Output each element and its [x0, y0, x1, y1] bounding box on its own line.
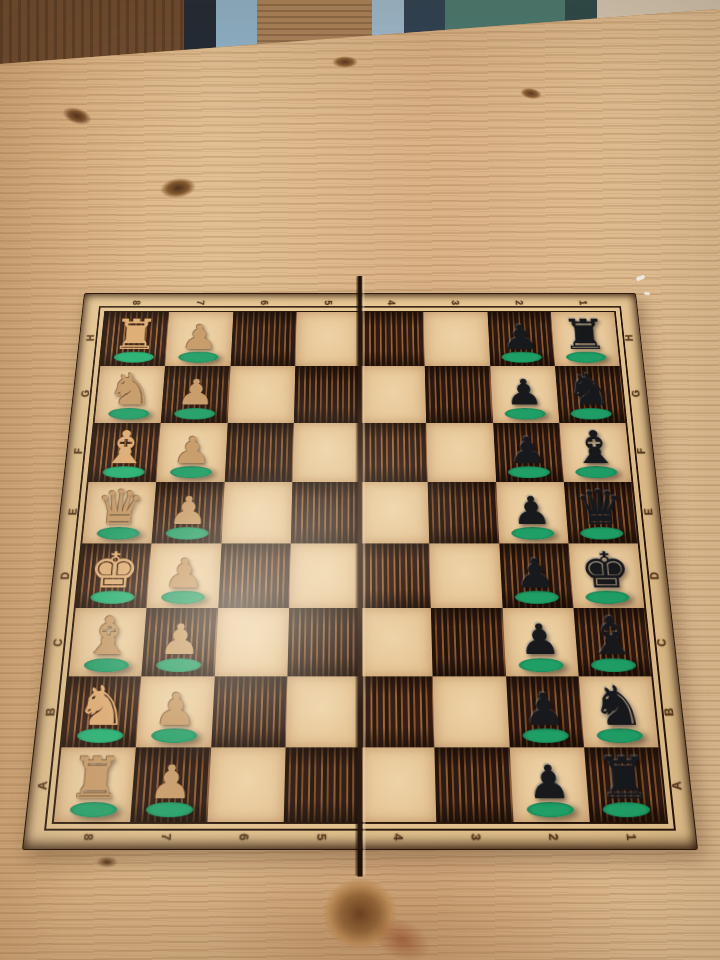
- square-e2: ♟: [496, 482, 569, 544]
- coord-label-7: 7: [168, 294, 233, 311]
- square-g2: ♟: [490, 366, 559, 422]
- square-b3: [433, 676, 509, 747]
- square-h4: [360, 312, 425, 366]
- coord-label-2: 2: [487, 294, 552, 311]
- black-pawn: ♟: [526, 759, 573, 806]
- white-knight: ♞: [105, 368, 156, 411]
- white-pawn: ♟: [167, 492, 209, 530]
- square-h8: ♜: [100, 312, 169, 366]
- coord-label-3: 3: [423, 294, 487, 311]
- square-c2: ♟: [502, 608, 578, 676]
- coord-label-3: 3: [437, 824, 515, 849]
- square-h5: [295, 312, 360, 366]
- square-a3: [435, 747, 513, 822]
- square-e1: ♛: [564, 482, 638, 544]
- square-e4: [360, 482, 429, 544]
- square-b5: [285, 676, 360, 747]
- square-f3: [426, 423, 495, 482]
- square-a8: ♜: [54, 747, 136, 822]
- square-g8: ♞: [95, 366, 166, 422]
- white-queen: ♛: [93, 484, 147, 532]
- white-knight: ♞: [73, 679, 131, 734]
- square-d4: [360, 543, 431, 608]
- square-c4: [360, 608, 433, 676]
- coord-label-8: 8: [49, 824, 129, 849]
- wood-knot: [519, 86, 543, 101]
- black-pawn: ♟: [514, 554, 557, 594]
- square-e8: ♛: [82, 482, 156, 544]
- coord-label-2: 2: [514, 824, 593, 849]
- square-b8: ♞: [61, 676, 141, 747]
- square-c3: [431, 608, 506, 676]
- coord-label-4: 4: [360, 294, 424, 311]
- square-h3: [424, 312, 490, 366]
- square-c7: ♟: [142, 608, 218, 676]
- square-f7: ♟: [156, 423, 227, 482]
- square-a7: ♟: [130, 747, 210, 822]
- square-e6: [221, 482, 292, 544]
- coord-label-6: 6: [205, 824, 283, 849]
- black-queen: ♛: [573, 484, 627, 532]
- black-pawn: ♟: [511, 492, 553, 530]
- square-b2: ♟: [506, 676, 584, 747]
- square-c1: ♝: [573, 608, 651, 676]
- square-f4: [360, 423, 428, 482]
- white-pawn: ♟: [163, 554, 206, 594]
- black-bishop: ♝: [569, 425, 621, 470]
- white-pawn: ♟: [176, 375, 216, 410]
- square-g7: ♟: [161, 366, 230, 422]
- paint-speck: [644, 291, 650, 295]
- square-f5: [292, 423, 360, 482]
- paint-speck: [636, 275, 646, 282]
- black-pawn: ♟: [522, 687, 568, 731]
- square-d8: ♚: [76, 543, 152, 608]
- black-rook: ♜: [595, 750, 654, 808]
- square-h7: ♟: [165, 312, 233, 366]
- square-b1: ♞: [578, 676, 658, 747]
- coord-label-5: 5: [296, 294, 360, 311]
- white-bishop: ♝: [99, 425, 151, 470]
- wood-knot: [60, 104, 93, 128]
- square-d5: [289, 543, 360, 608]
- black-knight: ♞: [564, 368, 615, 411]
- coord-label-6: 6: [232, 294, 296, 311]
- white-pawn: ♟: [172, 432, 213, 469]
- white-pawn: ♟: [158, 619, 202, 661]
- coord-label-5: 5: [282, 824, 360, 849]
- square-d3: [429, 543, 502, 608]
- square-h6: [230, 312, 296, 366]
- square-d1: ♚: [568, 543, 644, 608]
- square-b6: [211, 676, 287, 747]
- wood-knot: [159, 176, 197, 201]
- square-a1: ♜: [584, 747, 666, 822]
- square-c5: [287, 608, 360, 676]
- square-e3: [428, 482, 499, 544]
- square-f8: ♝: [89, 423, 161, 482]
- square-a6: [207, 747, 285, 822]
- black-pawn: ♟: [518, 619, 562, 661]
- black-pawn: ♟: [501, 321, 540, 355]
- coord-label-1: 1: [591, 824, 671, 849]
- wood-knot: [96, 856, 118, 868]
- square-h1: ♜: [551, 312, 620, 366]
- black-bishop: ♝: [583, 611, 639, 663]
- fold-hinge-seam: [357, 276, 362, 877]
- coord-label-1: 1: [550, 294, 615, 311]
- black-knight: ♞: [589, 679, 647, 734]
- photo-scene: 87654321 87654321 HGFEDCBA HGFEDCBA ♜♟♟♜…: [0, 0, 720, 960]
- square-d7: ♟: [147, 543, 221, 608]
- square-g5: [294, 366, 360, 422]
- chess-board: 87654321 87654321 HGFEDCBA HGFEDCBA ♜♟♟♜…: [22, 293, 698, 850]
- square-c6: [214, 608, 289, 676]
- board-frame: 87654321 87654321 HGFEDCBA HGFEDCBA ♜♟♟♜…: [22, 293, 698, 850]
- wood-knot: [332, 56, 358, 68]
- square-h2: ♟: [487, 312, 555, 366]
- square-a2: ♟: [509, 747, 589, 822]
- white-rook: ♜: [66, 750, 125, 808]
- white-pawn: ♟: [153, 687, 199, 731]
- square-g6: [227, 366, 295, 422]
- square-e5: [291, 482, 360, 544]
- square-g4: [360, 366, 426, 422]
- square-d6: [218, 543, 291, 608]
- white-king: ♚: [87, 546, 142, 596]
- square-b4: [360, 676, 435, 747]
- square-f1: ♝: [559, 423, 631, 482]
- black-pawn: ♟: [507, 432, 548, 469]
- white-pawn: ♟: [148, 759, 195, 806]
- coord-label-7: 7: [127, 824, 206, 849]
- white-pawn: ♟: [180, 321, 219, 355]
- white-bishop: ♝: [80, 611, 136, 663]
- black-king: ♚: [578, 546, 633, 596]
- square-c8: ♝: [69, 608, 147, 676]
- black-pawn: ♟: [504, 375, 544, 410]
- white-rook: ♜: [110, 314, 160, 356]
- square-g3: [425, 366, 493, 422]
- coord-label-4: 4: [360, 824, 438, 849]
- square-b7: ♟: [136, 676, 214, 747]
- square-a4: [360, 747, 437, 822]
- square-e7: ♟: [152, 482, 225, 544]
- square-f6: [224, 423, 293, 482]
- square-f2: ♟: [493, 423, 564, 482]
- coord-label-8: 8: [104, 294, 169, 311]
- square-g1: ♞: [555, 366, 626, 422]
- square-d2: ♟: [499, 543, 573, 608]
- black-rook: ♜: [560, 314, 610, 356]
- square-a5: [283, 747, 360, 822]
